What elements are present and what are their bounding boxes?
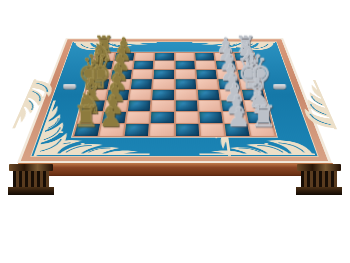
board-handle-left (63, 84, 76, 90)
foot-base (296, 187, 342, 195)
board-square (154, 70, 174, 79)
board-square (175, 80, 196, 89)
board-square (175, 112, 198, 123)
arabesque-ornament (197, 138, 316, 156)
chess-piece-gold-rook: ♜ (72, 101, 98, 130)
chess-piece-silver-pawn: ♟ (226, 104, 250, 131)
board-square (196, 70, 216, 79)
board-square (175, 61, 194, 69)
chess-piece-silver-rook: ♜ (250, 101, 276, 130)
foot-fluting (301, 171, 337, 187)
wooden-base-rail (18, 163, 333, 176)
board-square (175, 124, 198, 136)
bronze-corner-foot-left (8, 164, 54, 196)
board-square (134, 61, 154, 69)
board-square (195, 53, 214, 61)
board-square (152, 100, 174, 111)
board-square (200, 124, 224, 136)
chess-set-photo: ♜♟♜♟♞♟♞♟♝♟♝♟♛♟♛♟♚♟♚♟♝♟♝♟♞♟♞♟♜♟♜♟ (0, 0, 350, 263)
arabesque-ornament (34, 138, 153, 156)
board-square (175, 90, 196, 100)
chess-board: ♜♟♜♟♞♟♞♟♝♟♝♟♛♟♛♟♚♟♚♟♝♟♝♟♞♟♞♟♜♟♜♟ (17, 38, 332, 163)
board-square (132, 70, 152, 79)
foot-fluting (13, 171, 49, 187)
board-square (130, 90, 152, 100)
chess-piece-gold-pawn: ♟ (99, 104, 123, 131)
board-square (150, 124, 173, 136)
board-handle-right (273, 84, 286, 90)
board-square (195, 61, 215, 69)
board-square (152, 90, 173, 100)
board-square (151, 112, 174, 123)
board-square (131, 80, 152, 89)
board-square (175, 70, 195, 79)
board-square (197, 80, 218, 89)
board-square (175, 100, 197, 111)
board-square (153, 80, 174, 89)
foot-cap (9, 164, 53, 171)
board-square (198, 100, 221, 111)
board-square (175, 53, 194, 61)
board-square (125, 124, 149, 136)
board-square (127, 112, 150, 123)
foot-base (8, 187, 54, 195)
board-square (197, 90, 219, 100)
board-scene: ♜♟♜♟♞♟♞♟♝♟♝♟♛♟♛♟♚♟♚♟♝♟♝♟♞♟♞♟♜♟♜♟ (0, 0, 350, 263)
board-square (199, 112, 222, 123)
board-square (135, 53, 154, 61)
bronze-corner-foot-right (296, 164, 342, 196)
board-square (154, 61, 173, 69)
foot-cap (297, 164, 341, 171)
board-square (128, 100, 151, 111)
board-square (155, 53, 174, 61)
